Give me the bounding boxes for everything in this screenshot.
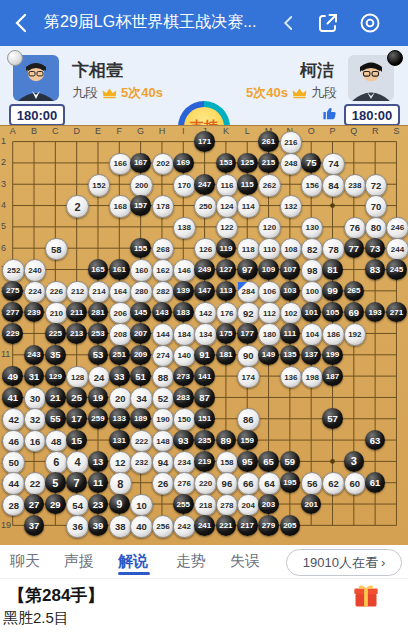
stone-N1: 216 xyxy=(280,131,303,154)
stone-Q10: 192 xyxy=(344,323,367,346)
stone-B19: 37 xyxy=(24,515,45,536)
stone-K8: 113 xyxy=(216,281,237,302)
stone-C14: 55 xyxy=(45,408,66,429)
coord-label: O xyxy=(304,126,318,136)
stone-L6: 118 xyxy=(237,238,260,261)
stone-I17: 276 xyxy=(173,472,196,495)
right-player-timer: 180:00 xyxy=(344,104,400,126)
stone-C15: 48 xyxy=(45,430,68,453)
stone-E16: 13 xyxy=(88,451,109,472)
stone-C11: 35 xyxy=(45,345,66,366)
stone-H14: 190 xyxy=(152,408,175,431)
last-move-marker xyxy=(238,282,247,291)
stone-G19: 40 xyxy=(130,515,153,538)
commentary-panel: 【第284手】 黑胜2.5目 xyxy=(0,578,408,637)
stone-G13: 34 xyxy=(130,387,153,410)
stone-L16: 95 xyxy=(237,451,258,472)
stone-L14: 86 xyxy=(237,408,260,431)
stone-G16: 232 xyxy=(130,451,153,474)
page-title: 第29届LG杯世界棋王战决赛... xyxy=(44,12,256,33)
stone-H19: 256 xyxy=(152,515,175,538)
stone-K16: 158 xyxy=(216,451,239,474)
app-screen: 第29届LG杯世界棋王战决赛... xyxy=(0,0,408,637)
stone-E3: 152 xyxy=(88,174,111,197)
stone-F18: 9 xyxy=(109,494,130,515)
stone-B13: 30 xyxy=(24,387,47,410)
stone-P9: 105 xyxy=(322,302,343,323)
active-tab-underline xyxy=(118,572,150,575)
left-player-byoyomi: 5次40s xyxy=(121,84,163,102)
stone-C18: 29 xyxy=(45,494,66,515)
thumbs-up-icon[interactable] xyxy=(322,105,339,122)
stone-F8: 164 xyxy=(109,281,132,304)
stone-D8: 212 xyxy=(66,281,89,304)
stone-I2: 169 xyxy=(173,153,194,174)
stone-J16: 219 xyxy=(194,451,215,472)
stone-L4: 114 xyxy=(237,195,260,218)
stone-F19: 38 xyxy=(109,515,132,538)
stone-L17: 66 xyxy=(237,472,260,495)
stone-G11: 209 xyxy=(130,345,151,366)
stone-D14: 17 xyxy=(66,408,87,429)
crown-icon xyxy=(292,88,307,99)
stone-J12: 141 xyxy=(194,366,215,387)
stone-G12: 51 xyxy=(130,366,151,387)
stone-N8: 103 xyxy=(280,281,301,302)
coord-label: C xyxy=(48,126,62,136)
chevron-right-icon: › xyxy=(381,555,385,570)
stone-P17: 62 xyxy=(322,472,345,495)
stone-D19: 36 xyxy=(66,515,89,538)
coord-label: P xyxy=(326,126,340,136)
stone-N11: 135 xyxy=(280,345,301,366)
stone-N17: 195 xyxy=(280,472,301,493)
stone-S6: 244 xyxy=(386,238,408,261)
stone-L2: 125 xyxy=(237,153,258,174)
stone-C17: 5 xyxy=(45,472,66,493)
stone-D10: 213 xyxy=(66,323,87,344)
stone-R4: 70 xyxy=(365,195,388,218)
stone-L8: 284 xyxy=(237,281,260,304)
stone-D17: 7 xyxy=(66,472,87,493)
stone-F7: 161 xyxy=(109,259,130,280)
coord-label: D xyxy=(70,126,84,136)
white-stone-badge xyxy=(7,50,23,66)
stone-G7: 160 xyxy=(130,259,153,282)
stone-P7: 81 xyxy=(322,259,343,280)
stone-F13: 20 xyxy=(109,387,132,410)
stone-F17: 8 xyxy=(109,472,132,495)
stone-A14: 42 xyxy=(2,408,25,431)
stone-C8: 226 xyxy=(45,281,68,304)
coord-label: E xyxy=(91,126,105,136)
stone-J8: 147 xyxy=(194,281,215,302)
stone-K11: 181 xyxy=(216,345,237,366)
stone-J14: 151 xyxy=(194,408,215,429)
left-player-name: 卞相壹 xyxy=(72,59,123,82)
stone-M10: 180 xyxy=(258,323,281,346)
stone-C10: 225 xyxy=(45,323,66,344)
stone-J7: 249 xyxy=(194,259,215,280)
stone-I8: 139 xyxy=(173,281,194,302)
coord-label: G xyxy=(134,126,148,136)
coord-label: 6 xyxy=(1,243,12,253)
stone-K19: 221 xyxy=(216,515,237,536)
stone-A7: 252 xyxy=(2,259,25,282)
coord-label: L xyxy=(240,126,254,136)
stone-K4: 124 xyxy=(216,195,239,218)
tab-bar: 聊天 声援 解说 走势 失误 19010人在看 › xyxy=(0,545,408,578)
stone-F9: 206 xyxy=(109,302,132,325)
go-board[interactable]: ABCDEFGHIJKLMNOPQRS123456789101112131415… xyxy=(0,125,408,546)
coord-label: 4 xyxy=(1,200,12,210)
stone-D16: 4 xyxy=(66,451,89,474)
stone-O7: 98 xyxy=(301,259,324,282)
stone-L7: 97 xyxy=(237,259,258,280)
coord-label: I xyxy=(176,126,190,136)
stone-I13: 283 xyxy=(173,387,194,408)
stone-M19: 279 xyxy=(258,515,279,536)
coord-label: 11 xyxy=(1,349,12,359)
stone-I14: 150 xyxy=(173,408,196,431)
stone-E10: 253 xyxy=(88,323,109,344)
stone-L18: 204 xyxy=(237,494,260,517)
stone-H4: 178 xyxy=(152,195,175,218)
stone-F15: 131 xyxy=(109,430,130,451)
stone-J18: 218 xyxy=(194,494,217,517)
coord-label: Q xyxy=(347,126,361,136)
stone-H13: 52 xyxy=(152,387,175,410)
stone-P2: 74 xyxy=(322,153,345,176)
left-player-timer: 180:00 xyxy=(9,104,65,126)
stone-I11: 140 xyxy=(173,345,196,368)
stone-E19: 39 xyxy=(88,515,109,536)
stone-B7: 240 xyxy=(24,259,47,282)
stone-R7: 83 xyxy=(365,259,386,280)
tab-mistakes[interactable]: 失误 xyxy=(230,552,260,571)
coord-label: K xyxy=(219,126,233,136)
stone-J19: 241 xyxy=(194,515,215,536)
stone-E14: 259 xyxy=(88,408,109,429)
stone-M1: 261 xyxy=(258,131,279,152)
stone-J10: 134 xyxy=(194,323,217,346)
stone-P8: 99 xyxy=(322,281,343,302)
coord-label: A xyxy=(6,126,20,136)
back-icon[interactable] xyxy=(10,11,34,35)
stone-A8: 275 xyxy=(2,281,23,302)
stone-R3: 72 xyxy=(365,174,388,197)
tab-cheer[interactable]: 声援 xyxy=(64,552,94,571)
stone-I19: 242 xyxy=(173,515,196,538)
stone-L19: 217 xyxy=(237,515,258,536)
stone-M16: 65 xyxy=(258,451,279,472)
tab-trend[interactable]: 走势 xyxy=(176,552,206,571)
crown-icon xyxy=(102,88,117,99)
stone-G14: 189 xyxy=(130,408,151,429)
right-player-meta: 5次40s 九段 xyxy=(246,84,337,102)
tab-commentary[interactable]: 解说 xyxy=(118,552,148,571)
stone-C12: 129 xyxy=(45,366,66,387)
coord-label: R xyxy=(368,126,382,136)
collapse-chevron-icon[interactable] xyxy=(280,14,298,32)
stone-D4: 2 xyxy=(66,195,89,218)
right-player-name: 柯洁 xyxy=(300,59,334,82)
stone-H11: 274 xyxy=(152,345,175,368)
stone-M18: 203 xyxy=(258,494,279,515)
stone-Q17: 60 xyxy=(344,472,367,495)
stone-N16: 59 xyxy=(280,451,301,472)
right-player-byoyomi: 5次40s xyxy=(246,84,288,102)
stone-F11: 251 xyxy=(109,345,130,366)
stone-I18: 255 xyxy=(173,494,194,515)
stone-E13: 19 xyxy=(88,387,109,408)
stone-I15: 93 xyxy=(173,430,194,451)
viewers-count: 19010人在看 xyxy=(303,554,378,572)
stone-H7: 162 xyxy=(152,259,175,282)
stone-A13: 41 xyxy=(2,387,23,408)
stone-H10: 144 xyxy=(152,323,175,346)
coord-label: 3 xyxy=(1,179,12,189)
stone-C13: 21 xyxy=(45,387,66,408)
stone-I3: 170 xyxy=(173,174,196,197)
stone-M9: 112 xyxy=(258,302,281,325)
stone-M3: 262 xyxy=(258,174,281,197)
stone-L9: 92 xyxy=(237,302,260,325)
stone-Q8: 265 xyxy=(344,281,365,302)
stone-J11: 91 xyxy=(194,345,215,366)
stone-E7: 165 xyxy=(88,259,109,280)
stone-S7: 245 xyxy=(386,259,407,280)
stone-B17: 22 xyxy=(24,472,47,495)
stone-F12: 33 xyxy=(109,366,130,387)
game-result: 黑胜2.5目 xyxy=(3,609,69,628)
stone-D15: 15 xyxy=(66,430,87,451)
stone-M5: 120 xyxy=(258,217,281,240)
stone-K3: 116 xyxy=(216,174,239,197)
stone-I9: 183 xyxy=(173,302,194,323)
stone-G8: 280 xyxy=(130,281,153,304)
stone-I10: 184 xyxy=(173,323,196,346)
stone-Q16: 3 xyxy=(344,451,365,472)
stone-P10: 186 xyxy=(322,323,345,346)
stone-I7: 146 xyxy=(173,259,196,282)
stone-P12: 187 xyxy=(322,366,343,387)
stone-Q5: 76 xyxy=(344,217,367,240)
stone-K7: 127 xyxy=(216,259,237,280)
stone-I16: 234 xyxy=(173,451,196,474)
stone-M7: 109 xyxy=(258,259,279,280)
viewers-pill[interactable]: 19010人在看 › xyxy=(286,549,402,576)
stone-F2: 166 xyxy=(109,153,132,176)
move-number-label: 【第284手】 xyxy=(8,584,104,607)
stone-M11: 149 xyxy=(258,345,279,366)
stone-J15: 235 xyxy=(194,430,215,451)
stone-G18: 10 xyxy=(130,494,153,517)
stone-N19: 205 xyxy=(280,515,301,536)
coord-label: 5 xyxy=(1,221,12,231)
stone-J3: 247 xyxy=(194,174,215,195)
stone-L11: 90 xyxy=(237,345,260,368)
stone-J1: 171 xyxy=(194,131,215,152)
stone-S9: 271 xyxy=(386,302,407,323)
stone-O10: 104 xyxy=(301,323,324,346)
tab-chat[interactable]: 聊天 xyxy=(10,552,40,571)
stone-O3: 156 xyxy=(301,174,324,197)
stone-A10: 229 xyxy=(2,323,23,344)
stone-F10: 208 xyxy=(109,323,132,346)
right-player-rank: 九段 xyxy=(311,84,337,102)
stone-F14: 133 xyxy=(109,408,130,429)
stone-G4: 157 xyxy=(130,195,151,216)
stone-F4: 168 xyxy=(109,195,132,218)
stone-M6: 110 xyxy=(258,238,281,261)
stone-M17: 64 xyxy=(258,472,281,495)
coord-label: 19 xyxy=(1,520,12,530)
stone-K10: 175 xyxy=(216,323,237,344)
coord-label: 1 xyxy=(1,136,12,146)
stone-I12: 273 xyxy=(173,366,194,387)
coord-label: S xyxy=(389,126,403,136)
stone-L10: 177 xyxy=(237,323,258,344)
stone-P11: 199 xyxy=(322,345,343,366)
stone-F16: 12 xyxy=(109,451,132,474)
stone-G2: 167 xyxy=(130,153,151,174)
left-player-meta: 九段 5次40s xyxy=(72,84,163,102)
stone-G10: 207 xyxy=(130,323,151,344)
settings-target-icon[interactable] xyxy=(358,11,382,35)
player-bar: 卞相壹 九段 5次40s 180:00 支持 284 柯洁 5次40s 九段 xyxy=(0,46,408,126)
stone-Q3: 238 xyxy=(344,174,367,197)
stone-P14: 57 xyxy=(322,408,343,429)
stone-A16: 50 xyxy=(2,451,25,474)
stone-C9: 210 xyxy=(45,302,68,325)
stone-L3: 115 xyxy=(237,174,258,195)
stone-J9: 142 xyxy=(194,302,217,325)
stone-L12: 174 xyxy=(237,366,260,389)
stone-G3: 200 xyxy=(130,174,153,197)
stone-A18: 28 xyxy=(2,494,25,517)
gift-icon[interactable] xyxy=(352,582,380,610)
left-player-rank: 九段 xyxy=(72,84,98,102)
share-icon[interactable] xyxy=(316,11,340,35)
stone-H17: 26 xyxy=(152,472,175,495)
stone-K17: 96 xyxy=(216,472,239,495)
header-bar: 第29届LG杯世界棋王战决赛... xyxy=(0,0,408,46)
stone-M8: 106 xyxy=(258,281,281,304)
stone-L15: 159 xyxy=(237,430,258,451)
stone-N4: 132 xyxy=(280,195,303,218)
stone-J13: 87 xyxy=(194,387,215,408)
stone-D13: 25 xyxy=(66,387,87,408)
stone-S5: 246 xyxy=(386,217,408,240)
stone-P3: 84 xyxy=(322,174,345,197)
stone-P6: 78 xyxy=(322,238,345,261)
stone-C6: 58 xyxy=(45,238,68,261)
stone-H16: 94 xyxy=(152,451,175,474)
stone-M2: 215 xyxy=(258,153,279,174)
coord-label: B xyxy=(27,126,41,136)
coord-label: H xyxy=(155,126,169,136)
stone-C16: 6 xyxy=(45,451,68,474)
coord-label: 2 xyxy=(1,157,12,167)
stone-N7: 107 xyxy=(280,259,301,280)
stone-A17: 44 xyxy=(2,472,25,495)
stone-J4: 250 xyxy=(194,195,217,218)
black-stone-badge xyxy=(387,50,403,66)
stone-D18: 54 xyxy=(66,494,89,517)
stone-E17: 11 xyxy=(88,472,109,493)
stone-N10: 111 xyxy=(280,323,301,344)
stone-I5: 138 xyxy=(173,217,196,240)
coord-label: F xyxy=(112,126,126,136)
stone-J17: 220 xyxy=(194,472,217,495)
stone-G15: 222 xyxy=(130,430,153,453)
